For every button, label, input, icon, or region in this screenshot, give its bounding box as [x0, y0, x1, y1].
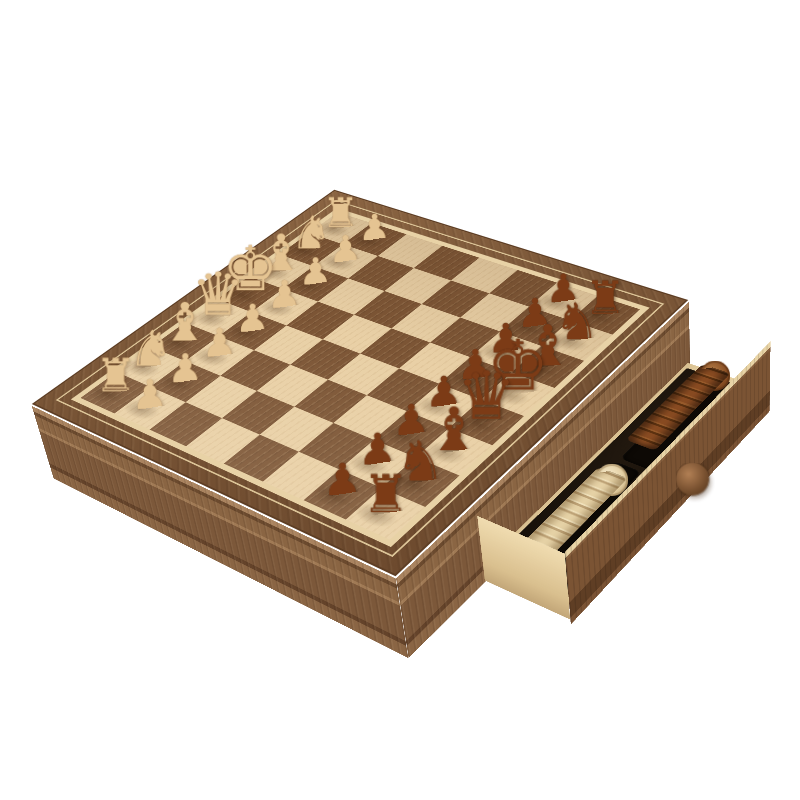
chess-case-3d: ♜♟♞♟♝♟♚♟♛♟♝♟♟♞♜♟♟♜♞♟♟♝♟♚♟♛♟♝♟♞♟♜ — [32, 190, 688, 576]
perspective-space: ♜♟♞♟♝♟♚♟♛♟♝♟♟♞♜♟♟♜♞♟♟♝♟♚♟♛♟♝♟♞♟♜ — [0, 0, 800, 800]
piece-white-pawn-a2[interactable]: ♟ — [122, 367, 179, 414]
drawer-knob[interactable] — [676, 463, 709, 496]
product-photo-background: ♜♟♞♟♝♟♚♟♛♟♝♟♟♞♜♟♟♜♞♟♟♝♟♚♟♛♟♝♟♞♟♜ — [0, 0, 800, 800]
scene-rotation: ♜♟♞♟♝♟♚♟♛♟♝♟♟♞♜♟♟♜♞♟♟♝♟♚♟♛♟♝♟♞♟♜ — [0, 0, 800, 800]
piece-brown-rook-a8[interactable]: ♜ — [354, 461, 418, 520]
